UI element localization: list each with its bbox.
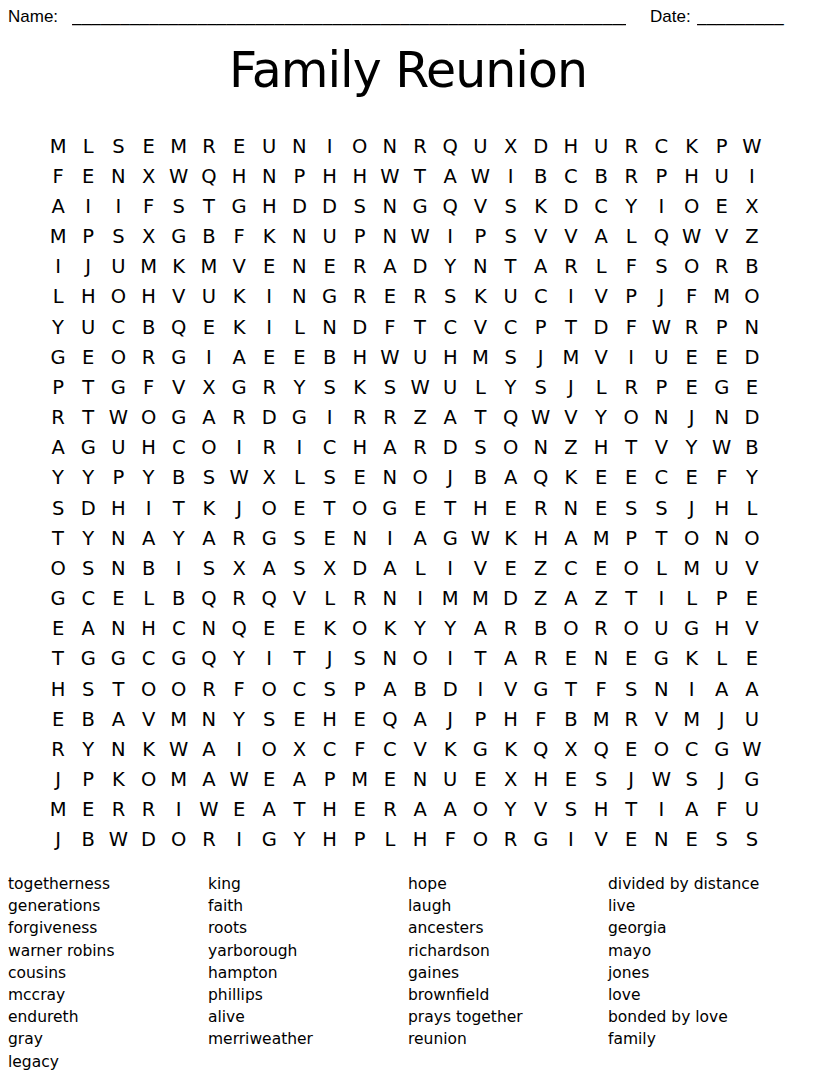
grid-cell-r7c22: R xyxy=(676,312,706,342)
grid-cell-r8c17: J xyxy=(526,342,556,372)
grid-cell-r14c19: M xyxy=(586,523,616,553)
grid-cell-r19c11: P xyxy=(345,674,375,704)
grid-cell-r17c11: O xyxy=(345,614,375,644)
grid-cell-r16c17: Z xyxy=(526,583,556,613)
grid-cell-r3c3: I xyxy=(103,191,133,221)
grid-cell-r15c17: Z xyxy=(526,553,556,583)
grid-cell-r4c24: Z xyxy=(737,221,767,251)
grid-cell-r9c13: W xyxy=(405,372,435,402)
grid-cell-r17c2: A xyxy=(73,614,103,644)
word-item: hope xyxy=(408,873,523,895)
grid-cell-r3c22: O xyxy=(676,191,706,221)
grid-cell-r5c19: L xyxy=(586,252,616,282)
grid-cell-r3c14: Q xyxy=(435,191,465,221)
grid-cell-r24c20: E xyxy=(616,825,646,855)
grid-cell-r21c7: I xyxy=(224,734,254,764)
grid-cell-r9c4: F xyxy=(133,372,163,402)
grid-cell-r22c8: E xyxy=(254,764,284,794)
grid-cell-r6c13: R xyxy=(405,282,435,312)
grid-cell-r4c20: L xyxy=(616,221,646,251)
grid-cell-r10c9: G xyxy=(284,402,314,432)
grid-cell-r22c21: W xyxy=(646,764,676,794)
grid-cell-r21c24: W xyxy=(737,734,767,764)
grid-cell-r4c11: P xyxy=(345,221,375,251)
grid-cell-r24c4: D xyxy=(133,825,163,855)
grid-cell-r4c23: V xyxy=(707,221,737,251)
grid-cell-r12c24: Y xyxy=(737,463,767,493)
grid-cell-r8c3: O xyxy=(103,342,133,372)
word-item: family xyxy=(608,1028,759,1050)
grid-cell-r15c9: S xyxy=(284,553,314,583)
grid-cell-r23c1: M xyxy=(43,795,73,825)
grid-cell-r14c3: N xyxy=(103,523,133,553)
grid-cell-r11c10: C xyxy=(314,433,344,463)
grid-cell-r16c20: T xyxy=(616,583,646,613)
grid-cell-r18c24: E xyxy=(737,644,767,674)
grid-cell-r8c4: R xyxy=(133,342,163,372)
grid-cell-r4c5: G xyxy=(164,221,194,251)
grid-cell-r23c23: F xyxy=(707,795,737,825)
grid-cell-r4c4: X xyxy=(133,221,163,251)
grid-cell-r15c11: D xyxy=(345,553,375,583)
grid-cell-r19c14: D xyxy=(435,674,465,704)
grid-cell-r3c2: I xyxy=(73,191,103,221)
word-item: cousins xyxy=(8,962,115,984)
grid-cell-r22c18: E xyxy=(556,764,586,794)
grid-cell-r1c24: W xyxy=(737,131,767,161)
grid-cell-r1c10: I xyxy=(314,131,344,161)
grid-cell-r11c13: R xyxy=(405,433,435,463)
word-item: forgiveness xyxy=(8,917,115,939)
grid-cell-r23c15: O xyxy=(465,795,495,825)
grid-cell-r17c1: E xyxy=(43,614,73,644)
grid-cell-r8c14: H xyxy=(435,342,465,372)
grid-cell-r15c1: O xyxy=(43,553,73,583)
grid-cell-r5c12: A xyxy=(375,252,405,282)
grid-cell-r11c4: H xyxy=(133,433,163,463)
grid-cell-r23c3: R xyxy=(103,795,133,825)
grid-cell-r8c5: G xyxy=(164,342,194,372)
grid-cell-r18c16: A xyxy=(495,644,525,674)
grid-cell-r7c10: N xyxy=(314,312,344,342)
grid-cell-r3c18: D xyxy=(556,191,586,221)
grid-cell-r10c11: R xyxy=(345,402,375,432)
grid-cell-r20c22: M xyxy=(676,704,706,734)
grid-cell-r2c8: N xyxy=(254,161,284,191)
word-item: love xyxy=(608,984,759,1006)
grid-cell-r10c5: G xyxy=(164,402,194,432)
grid-cell-r3c8: H xyxy=(254,191,284,221)
grid-cell-r6c16: U xyxy=(495,282,525,312)
grid-cell-r21c17: Q xyxy=(526,734,556,764)
grid-cell-r11c22: Y xyxy=(676,433,706,463)
grid-cell-r4c1: M xyxy=(43,221,73,251)
grid-cell-r8c7: A xyxy=(224,342,254,372)
grid-cell-r15c22: M xyxy=(676,553,706,583)
grid-cell-r10c14: A xyxy=(435,402,465,432)
grid-cell-r15c19: E xyxy=(586,553,616,583)
grid-cell-r9c18: J xyxy=(556,372,586,402)
grid-cell-r3c16: S xyxy=(495,191,525,221)
grid-cell-r19c5: O xyxy=(164,674,194,704)
word-list-column-4: divided by distancelivegeorgiamayojonesl… xyxy=(608,873,759,1051)
grid-cell-r11c3: U xyxy=(103,433,133,463)
grid-cell-r16c11: R xyxy=(345,583,375,613)
grid-cell-r1c1: M xyxy=(43,131,73,161)
grid-cell-r3c7: G xyxy=(224,191,254,221)
grid-cell-r2c20: R xyxy=(616,161,646,191)
grid-cell-r7c3: C xyxy=(103,312,133,342)
grid-cell-r21c4: K xyxy=(133,734,163,764)
grid-cell-r21c15: G xyxy=(465,734,495,764)
grid-cell-r23c11: E xyxy=(345,795,375,825)
grid-cell-r23c22: A xyxy=(676,795,706,825)
grid-cell-r23c6: W xyxy=(194,795,224,825)
word-item: divided by distance xyxy=(608,873,759,895)
grid-cell-r12c18: K xyxy=(556,463,586,493)
grid-cell-r24c2: B xyxy=(73,825,103,855)
grid-cell-r24c16: R xyxy=(495,825,525,855)
grid-cell-r18c6: Q xyxy=(194,644,224,674)
grid-cell-r13c16: E xyxy=(495,493,525,523)
grid-cell-r4c2: P xyxy=(73,221,103,251)
grid-cell-r15c12: A xyxy=(375,553,405,583)
grid-cell-r5c8: E xyxy=(254,252,284,282)
grid-cell-r9c24: E xyxy=(737,372,767,402)
grid-cell-r16c10: L xyxy=(314,583,344,613)
grid-cell-r20c21: V xyxy=(646,704,676,734)
grid-cell-r20c7: Y xyxy=(224,704,254,734)
word-item: mccray xyxy=(8,984,115,1006)
word-item: legacy xyxy=(8,1051,115,1073)
grid-cell-r22c11: M xyxy=(345,764,375,794)
grid-cell-r2c16: I xyxy=(495,161,525,191)
grid-cell-r6c9: N xyxy=(284,282,314,312)
grid-cell-r5c18: R xyxy=(556,252,586,282)
grid-cell-r6c8: I xyxy=(254,282,284,312)
grid-cell-r14c2: Y xyxy=(73,523,103,553)
grid-cell-r4c9: N xyxy=(284,221,314,251)
grid-cell-r24c12: L xyxy=(375,825,405,855)
grid-cell-r1c19: U xyxy=(586,131,616,161)
grid-cell-r7c14: C xyxy=(435,312,465,342)
grid-cell-r9c15: L xyxy=(465,372,495,402)
grid-cell-r2c7: H xyxy=(224,161,254,191)
grid-cell-r13c12: G xyxy=(375,493,405,523)
grid-cell-r18c22: K xyxy=(676,644,706,674)
grid-cell-r23c4: R xyxy=(133,795,163,825)
grid-cell-r20c11: E xyxy=(345,704,375,734)
grid-cell-r17c14: Y xyxy=(435,614,465,644)
grid-cell-r2c12: W xyxy=(375,161,405,191)
grid-cell-r13c19: E xyxy=(586,493,616,523)
grid-cell-r5c6: M xyxy=(194,252,224,282)
grid-cell-r19c24: A xyxy=(737,674,767,704)
grid-cell-r2c19: B xyxy=(586,161,616,191)
grid-cell-r9c9: Y xyxy=(284,372,314,402)
grid-cell-r15c8: A xyxy=(254,553,284,583)
word-item: faith xyxy=(208,895,313,917)
grid-cell-r22c1: J xyxy=(43,764,73,794)
grid-cell-r19c4: O xyxy=(133,674,163,704)
grid-cell-r15c21: L xyxy=(646,553,676,583)
grid-cell-r18c5: G xyxy=(164,644,194,674)
grid-cell-r22c24: G xyxy=(737,764,767,794)
grid-cell-r8c12: W xyxy=(375,342,405,372)
grid-cell-r9c5: V xyxy=(164,372,194,402)
grid-cell-r2c6: Q xyxy=(194,161,224,191)
grid-cell-r3c11: S xyxy=(345,191,375,221)
grid-cell-r3c20: Y xyxy=(616,191,646,221)
grid-cell-r10c24: D xyxy=(737,402,767,432)
grid-cell-r23c16: Y xyxy=(495,795,525,825)
grid-cell-r20c24: U xyxy=(737,704,767,734)
grid-cell-r2c5: W xyxy=(164,161,194,191)
grid-cell-r22c23: J xyxy=(707,764,737,794)
word-item: bonded by love xyxy=(608,1006,759,1028)
grid-cell-r18c2: G xyxy=(73,644,103,674)
grid-cell-r21c19: Q xyxy=(586,734,616,764)
grid-cell-r9c19: L xyxy=(586,372,616,402)
grid-cell-r20c1: E xyxy=(43,704,73,734)
grid-cell-r21c9: X xyxy=(284,734,314,764)
grid-cell-r18c17: R xyxy=(526,644,556,674)
grid-cell-r24c3: W xyxy=(103,825,133,855)
grid-cell-r13c24: L xyxy=(737,493,767,523)
grid-cell-r12c8: X xyxy=(254,463,284,493)
grid-cell-r21c8: O xyxy=(254,734,284,764)
grid-cell-r24c10: H xyxy=(314,825,344,855)
grid-cell-r15c6: S xyxy=(194,553,224,583)
grid-cell-r22c19: S xyxy=(586,764,616,794)
grid-cell-r21c2: Y xyxy=(73,734,103,764)
grid-cell-r1c3: S xyxy=(103,131,133,161)
grid-cell-r14c17: H xyxy=(526,523,556,553)
grid-cell-r10c10: I xyxy=(314,402,344,432)
grid-cell-r19c23: A xyxy=(707,674,737,704)
grid-cell-r20c20: R xyxy=(616,704,646,734)
grid-cell-r16c4: L xyxy=(133,583,163,613)
word-item: endureth xyxy=(8,1006,115,1028)
grid-cell-r6c6: U xyxy=(194,282,224,312)
grid-cell-r14c20: P xyxy=(616,523,646,553)
grid-cell-r9c22: E xyxy=(676,372,706,402)
grid-cell-r20c17: F xyxy=(526,704,556,734)
grid-cell-r7c24: N xyxy=(737,312,767,342)
grid-cell-r8c8: E xyxy=(254,342,284,372)
grid-cell-r5c17: A xyxy=(526,252,556,282)
grid-cell-r22c13: N xyxy=(405,764,435,794)
grid-cell-r13c5: T xyxy=(164,493,194,523)
grid-cell-r22c2: P xyxy=(73,764,103,794)
grid-cell-r12c21: C xyxy=(646,463,676,493)
grid-cell-r15c20: O xyxy=(616,553,646,583)
grid-cell-r5c9: N xyxy=(284,252,314,282)
word-item: phillips xyxy=(208,984,313,1006)
grid-cell-r7c5: Q xyxy=(164,312,194,342)
grid-cell-r11c21: V xyxy=(646,433,676,463)
word-item: live xyxy=(608,895,759,917)
grid-cell-r6c24: O xyxy=(737,282,767,312)
grid-cell-r11c11: H xyxy=(345,433,375,463)
grid-cell-r12c23: F xyxy=(707,463,737,493)
header: Name: __________________________________… xyxy=(0,6,816,32)
grid-cell-r22c6: A xyxy=(194,764,224,794)
date-blank-line: _________ xyxy=(697,7,809,27)
grid-cell-r18c3: G xyxy=(103,644,133,674)
grid-cell-r6c15: K xyxy=(465,282,495,312)
grid-cell-r9c10: S xyxy=(314,372,344,402)
grid-cell-r13c3: H xyxy=(103,493,133,523)
grid-cell-r22c17: H xyxy=(526,764,556,794)
grid-cell-r9c21: P xyxy=(646,372,676,402)
grid-cell-r17c21: U xyxy=(646,614,676,644)
word-item: merriweather xyxy=(208,1028,313,1050)
grid-cell-r1c9: N xyxy=(284,131,314,161)
grid-cell-r7c18: T xyxy=(556,312,586,342)
grid-cell-r7c9: L xyxy=(284,312,314,342)
grid-cell-r10c1: R xyxy=(43,402,73,432)
grid-cell-r1c2: L xyxy=(73,131,103,161)
grid-cell-r22c5: M xyxy=(164,764,194,794)
grid-cell-r4c15: P xyxy=(465,221,495,251)
word-item: laugh xyxy=(408,895,523,917)
grid-cell-r15c16: E xyxy=(495,553,525,583)
grid-cell-r5c21: S xyxy=(646,252,676,282)
grid-cell-r16c14: M xyxy=(435,583,465,613)
grid-cell-r23c8: A xyxy=(254,795,284,825)
grid-cell-r22c20: J xyxy=(616,764,646,794)
grid-cell-r23c9: T xyxy=(284,795,314,825)
grid-cell-r7c21: W xyxy=(646,312,676,342)
grid-cell-r3c5: S xyxy=(164,191,194,221)
grid-cell-r3c21: I xyxy=(646,191,676,221)
grid-cell-r14c11: N xyxy=(345,523,375,553)
grid-cell-r10c19: Y xyxy=(586,402,616,432)
grid-cell-r21c10: C xyxy=(314,734,344,764)
word-list-column-1: togethernessgenerationsforgivenesswarner… xyxy=(8,873,115,1073)
grid-cell-r17c23: H xyxy=(707,614,737,644)
grid-cell-r20c14: J xyxy=(435,704,465,734)
grid-cell-r14c21: T xyxy=(646,523,676,553)
grid-cell-r16c24: E xyxy=(737,583,767,613)
grid-cell-r14c16: K xyxy=(495,523,525,553)
grid-cell-r8c6: I xyxy=(194,342,224,372)
grid-cell-r23c5: I xyxy=(164,795,194,825)
grid-cell-r8c16: S xyxy=(495,342,525,372)
grid-cell-r20c19: M xyxy=(586,704,616,734)
grid-cell-r13c15: H xyxy=(465,493,495,523)
grid-cell-r17c3: N xyxy=(103,614,133,644)
grid-cell-r17c16: R xyxy=(495,614,525,644)
grid-cell-r15c14: I xyxy=(435,553,465,583)
grid-cell-r13c4: I xyxy=(133,493,163,523)
grid-cell-r6c22: F xyxy=(676,282,706,312)
grid-cell-r2c11: H xyxy=(345,161,375,191)
grid-cell-r13c13: E xyxy=(405,493,435,523)
grid-cell-r22c14: U xyxy=(435,764,465,794)
grid-cell-r4c7: F xyxy=(224,221,254,251)
grid-cell-r7c16: C xyxy=(495,312,525,342)
grid-cell-r11c24: B xyxy=(737,433,767,463)
grid-cell-r8c24: D xyxy=(737,342,767,372)
grid-cell-r18c9: T xyxy=(284,644,314,674)
grid-cell-r20c8: S xyxy=(254,704,284,734)
grid-cell-r21c11: F xyxy=(345,734,375,764)
grid-cell-r17c7: Q xyxy=(224,614,254,644)
grid-cell-r9c23: G xyxy=(707,372,737,402)
grid-cell-r7c15: V xyxy=(465,312,495,342)
grid-cell-r14c10: E xyxy=(314,523,344,553)
grid-cell-r2c9: P xyxy=(284,161,314,191)
grid-cell-r18c13: O xyxy=(405,644,435,674)
grid-cell-r1c6: R xyxy=(194,131,224,161)
word-list-column-2: kingfaithrootsyarboroughhamptonphillipsa… xyxy=(208,873,313,1051)
grid-cell-r15c24: V xyxy=(737,553,767,583)
grid-cell-r19c15: I xyxy=(465,674,495,704)
grid-cell-r4c6: B xyxy=(194,221,224,251)
grid-cell-r17c18: O xyxy=(556,614,586,644)
grid-cell-r22c16: X xyxy=(495,764,525,794)
grid-cell-r14c1: T xyxy=(43,523,73,553)
grid-cell-r19c8: O xyxy=(254,674,284,704)
grid-cell-r4c16: S xyxy=(495,221,525,251)
grid-cell-r23c2: E xyxy=(73,795,103,825)
grid-cell-r20c18: B xyxy=(556,704,586,734)
grid-cell-r1c7: E xyxy=(224,131,254,161)
grid-cell-r17c6: N xyxy=(194,614,224,644)
grid-cell-r17c9: E xyxy=(284,614,314,644)
grid-cell-r14c14: G xyxy=(435,523,465,553)
grid-cell-r5c13: D xyxy=(405,252,435,282)
grid-cell-r8c23: E xyxy=(707,342,737,372)
grid-cell-r17c24: V xyxy=(737,614,767,644)
grid-cell-r10c8: D xyxy=(254,402,284,432)
grid-cell-r19c10: S xyxy=(314,674,344,704)
grid-cell-r16c13: I xyxy=(405,583,435,613)
grid-cell-r5c10: E xyxy=(314,252,344,282)
grid-cell-r19c19: F xyxy=(586,674,616,704)
word-item: yarborough xyxy=(208,940,313,962)
word-item: jones xyxy=(608,962,759,984)
grid-cell-r9c20: R xyxy=(616,372,646,402)
grid-cell-r24c22: E xyxy=(676,825,706,855)
grid-cell-r9c17: S xyxy=(526,372,556,402)
grid-cell-r12c6: S xyxy=(194,463,224,493)
grid-cell-r14c24: O xyxy=(737,523,767,553)
grid-cell-r12c17: Q xyxy=(526,463,556,493)
grid-cell-r18c1: T xyxy=(43,644,73,674)
grid-cell-r12c13: O xyxy=(405,463,435,493)
grid-cell-r17c17: B xyxy=(526,614,556,644)
grid-cell-r10c3: W xyxy=(103,402,133,432)
grid-cell-r12c19: E xyxy=(586,463,616,493)
grid-cell-r5c14: Y xyxy=(435,252,465,282)
grid-cell-r10c16: Q xyxy=(495,402,525,432)
grid-cell-r9c8: R xyxy=(254,372,284,402)
grid-cell-r3c4: F xyxy=(133,191,163,221)
grid-cell-r10c21: N xyxy=(646,402,676,432)
grid-cell-r8c1: G xyxy=(43,342,73,372)
grid-cell-r20c6: N xyxy=(194,704,224,734)
word-item: king xyxy=(208,873,313,895)
grid-cell-r23c10: H xyxy=(314,795,344,825)
grid-cell-r11c5: C xyxy=(164,433,194,463)
grid-cell-r24c9: Y xyxy=(284,825,314,855)
grid-cell-r19c2: S xyxy=(73,674,103,704)
grid-cell-r11c19: H xyxy=(586,433,616,463)
grid-cell-r1c21: C xyxy=(646,131,676,161)
